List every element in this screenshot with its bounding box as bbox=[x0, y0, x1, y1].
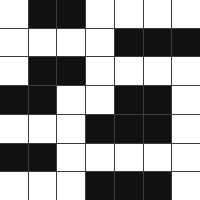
grid-cell-r1c1[interactable] bbox=[0, 0, 28, 28]
grid-cell-r7c2[interactable] bbox=[29, 172, 57, 200]
blocked-cell-r7c4 bbox=[86, 172, 114, 200]
grid-cell-r6c5[interactable] bbox=[115, 144, 143, 172]
blocked-cell-r4c1 bbox=[0, 86, 28, 114]
grid-cell-r5c2[interactable] bbox=[29, 115, 57, 143]
grid-cell-r7c3[interactable] bbox=[57, 172, 85, 200]
blocked-cell-r6c1 bbox=[0, 144, 28, 172]
blocked-cell-r1c3 bbox=[57, 0, 85, 28]
grid-cell-r6c7[interactable] bbox=[172, 144, 200, 172]
grid-cell-r1c5[interactable] bbox=[115, 0, 143, 28]
blocked-cell-r5c5 bbox=[115, 115, 143, 143]
grid-cell-r2c1[interactable] bbox=[0, 29, 28, 57]
grid-cell-r1c6[interactable] bbox=[144, 0, 172, 28]
grid-cell-r1c4[interactable] bbox=[86, 0, 114, 28]
grid-cell-r1c7[interactable] bbox=[172, 0, 200, 28]
grid-cell-r2c4[interactable] bbox=[86, 29, 114, 57]
blocked-cell-r3c2 bbox=[29, 57, 57, 85]
blocked-cell-r4c5 bbox=[115, 86, 143, 114]
blocked-cell-r4c2 bbox=[29, 86, 57, 114]
blocked-cell-r2c7 bbox=[172, 29, 200, 57]
grid-cell-r5c3[interactable] bbox=[57, 115, 85, 143]
blocked-cell-r6c2 bbox=[29, 144, 57, 172]
grid-cell-r3c1[interactable] bbox=[0, 57, 28, 85]
blocked-cell-r1c2 bbox=[29, 0, 57, 28]
grid-cell-r4c3[interactable] bbox=[57, 86, 85, 114]
blocked-cell-r4c6 bbox=[144, 86, 172, 114]
grid-cell-r6c6[interactable] bbox=[144, 144, 172, 172]
grid-cell-r3c5[interactable] bbox=[115, 57, 143, 85]
grid-cell-r6c3[interactable] bbox=[57, 144, 85, 172]
grid-cell-r3c7[interactable] bbox=[172, 57, 200, 85]
grid-cell-r2c3[interactable] bbox=[57, 29, 85, 57]
blocked-cell-r7c5 bbox=[115, 172, 143, 200]
grid-cell-r6c4[interactable] bbox=[86, 144, 114, 172]
blocked-cell-r5c6 bbox=[144, 115, 172, 143]
blocked-cell-r7c6 bbox=[144, 172, 172, 200]
blocked-cell-r2c6 bbox=[144, 29, 172, 57]
grid-cell-r3c6[interactable] bbox=[144, 57, 172, 85]
blocked-cell-r3c3 bbox=[57, 57, 85, 85]
grid-cell-r3c4[interactable] bbox=[86, 57, 114, 85]
blocked-cell-r5c4 bbox=[86, 115, 114, 143]
grid-cell-r7c7[interactable] bbox=[172, 172, 200, 200]
grid-cell-r4c4[interactable] bbox=[86, 86, 114, 114]
grid-cell-r4c7[interactable] bbox=[172, 86, 200, 114]
crossword-grid bbox=[0, 0, 200, 200]
grid-cell-r2c2[interactable] bbox=[29, 29, 57, 57]
grid-cell-r5c7[interactable] bbox=[172, 115, 200, 143]
grid-cell-r7c1[interactable] bbox=[0, 172, 28, 200]
grid-cell-r5c1[interactable] bbox=[0, 115, 28, 143]
blocked-cell-r2c5 bbox=[115, 29, 143, 57]
